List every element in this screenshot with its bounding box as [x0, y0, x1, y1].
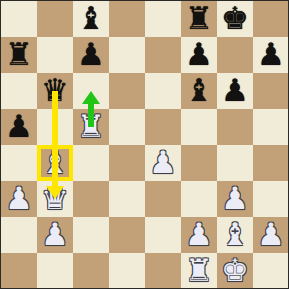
piece-black-queen-b6[interactable]: ♛	[41, 72, 69, 108]
square-f6[interactable]: ♝	[181, 73, 217, 109]
square-g6[interactable]: ♟	[217, 73, 253, 109]
piece-black-rook-a7[interactable]: ♜	[5, 36, 33, 72]
square-f5[interactable]	[181, 109, 217, 145]
piece-white-pawn-f2[interactable]: ♟	[185, 216, 213, 252]
square-b2[interactable]: ♟	[37, 217, 73, 253]
square-c4[interactable]	[73, 145, 109, 181]
square-b1[interactable]	[37, 253, 73, 289]
square-a8[interactable]	[1, 1, 37, 37]
square-f8[interactable]: ♜	[181, 1, 217, 37]
square-e1[interactable]	[145, 253, 181, 289]
square-e4[interactable]: ♟	[145, 145, 181, 181]
square-e6[interactable]	[145, 73, 181, 109]
piece-white-rook-f1[interactable]: ♜	[185, 252, 213, 288]
square-c2[interactable]	[73, 217, 109, 253]
square-h2[interactable]: ♟	[253, 217, 289, 253]
square-b7[interactable]	[37, 37, 73, 73]
square-h7[interactable]: ♟	[253, 37, 289, 73]
square-g7[interactable]	[217, 37, 253, 73]
square-f3[interactable]	[181, 181, 217, 217]
piece-white-king-g1[interactable]: ♚	[221, 252, 249, 288]
square-d5[interactable]	[109, 109, 145, 145]
piece-white-pawn-b2[interactable]: ♟	[41, 216, 69, 252]
piece-white-bishop-b4[interactable]: ♝	[41, 144, 69, 180]
piece-black-pawn-a5[interactable]: ♟	[5, 108, 33, 144]
square-g4[interactable]	[217, 145, 253, 181]
square-h3[interactable]	[253, 181, 289, 217]
square-c1[interactable]	[73, 253, 109, 289]
square-b4[interactable]: ♝	[37, 145, 73, 181]
piece-white-bishop-g2[interactable]: ♝	[221, 216, 249, 252]
square-d7[interactable]	[109, 37, 145, 73]
square-b8[interactable]	[37, 1, 73, 37]
square-a1[interactable]	[1, 253, 37, 289]
square-g1[interactable]: ♚	[217, 253, 253, 289]
square-h6[interactable]	[253, 73, 289, 109]
square-d1[interactable]	[109, 253, 145, 289]
board-squares: ♝♜♚♜♟♟♟♛♝♟♟♜♝♟♟♛♟♟♟♝♟♜♚	[1, 1, 289, 289]
chess-board: ♝♜♚♜♟♟♟♛♝♟♟♜♝♟♟♛♟♟♟♝♟♜♚	[0, 0, 289, 289]
square-c3[interactable]	[73, 181, 109, 217]
square-e5[interactable]	[145, 109, 181, 145]
piece-black-pawn-f7[interactable]: ♟	[185, 36, 213, 72]
piece-black-rook-f8[interactable]: ♜	[185, 0, 213, 36]
piece-black-king-g8[interactable]: ♚	[221, 0, 249, 36]
square-c7[interactable]: ♟	[73, 37, 109, 73]
square-a3[interactable]: ♟	[1, 181, 37, 217]
square-h5[interactable]	[253, 109, 289, 145]
square-g8[interactable]: ♚	[217, 1, 253, 37]
square-f7[interactable]: ♟	[181, 37, 217, 73]
square-b3[interactable]: ♛	[37, 181, 73, 217]
square-d8[interactable]	[109, 1, 145, 37]
square-h1[interactable]	[253, 253, 289, 289]
piece-black-pawn-c7[interactable]: ♟	[77, 36, 105, 72]
square-a7[interactable]: ♜	[1, 37, 37, 73]
square-d3[interactable]	[109, 181, 145, 217]
square-f1[interactable]: ♜	[181, 253, 217, 289]
piece-black-pawn-g6[interactable]: ♟	[221, 72, 249, 108]
square-h8[interactable]	[253, 1, 289, 37]
square-f4[interactable]	[181, 145, 217, 181]
square-g5[interactable]	[217, 109, 253, 145]
square-c8[interactable]: ♝	[73, 1, 109, 37]
square-e7[interactable]	[145, 37, 181, 73]
piece-white-rook-c5[interactable]: ♜	[77, 108, 105, 144]
square-a4[interactable]	[1, 145, 37, 181]
piece-white-pawn-e4[interactable]: ♟	[149, 144, 177, 180]
square-g2[interactable]: ♝	[217, 217, 253, 253]
square-d4[interactable]	[109, 145, 145, 181]
square-e3[interactable]	[145, 181, 181, 217]
piece-white-pawn-g3[interactable]: ♟	[221, 180, 249, 216]
square-e8[interactable]	[145, 1, 181, 37]
square-b6[interactable]: ♛	[37, 73, 73, 109]
square-e2[interactable]	[145, 217, 181, 253]
square-a2[interactable]	[1, 217, 37, 253]
square-f2[interactable]: ♟	[181, 217, 217, 253]
piece-white-pawn-a3[interactable]: ♟	[5, 180, 33, 216]
piece-black-pawn-h7[interactable]: ♟	[257, 36, 285, 72]
square-d6[interactable]	[109, 73, 145, 109]
square-h4[interactable]	[253, 145, 289, 181]
square-b5[interactable]	[37, 109, 73, 145]
square-a6[interactable]	[1, 73, 37, 109]
square-a5[interactable]: ♟	[1, 109, 37, 145]
piece-black-bishop-c8[interactable]: ♝	[77, 0, 105, 36]
square-g3[interactable]: ♟	[217, 181, 253, 217]
piece-white-queen-b3[interactable]: ♛	[41, 180, 69, 216]
square-c5[interactable]: ♜	[73, 109, 109, 145]
square-c6[interactable]	[73, 73, 109, 109]
piece-black-bishop-f6[interactable]: ♝	[185, 72, 213, 108]
piece-white-pawn-h2[interactable]: ♟	[257, 216, 285, 252]
square-d2[interactable]	[109, 217, 145, 253]
